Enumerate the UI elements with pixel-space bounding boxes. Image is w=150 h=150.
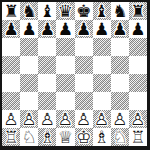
square-b6[interactable]: [20, 38, 38, 56]
square-a6[interactable]: [2, 38, 20, 56]
piece-outline-layer: ♔: [75, 128, 93, 146]
piece-white-pawn: ♟♙: [75, 110, 93, 128]
square-d6[interactable]: [56, 38, 74, 56]
square-g7[interactable]: ♟: [111, 20, 129, 38]
piece-black-pawn: ♟: [56, 20, 74, 38]
square-e6[interactable]: [75, 38, 93, 56]
square-c2[interactable]: ♟♙: [38, 110, 56, 128]
piece-white-pawn: ♟♙: [93, 110, 111, 128]
piece-white-knight: ♞♘: [20, 128, 38, 146]
square-e5[interactable]: [75, 56, 93, 74]
piece-outline-layer: ♕: [56, 128, 74, 146]
square-a5[interactable]: [2, 56, 20, 74]
square-b1[interactable]: ♞♘: [20, 128, 38, 146]
square-c6[interactable]: [38, 38, 56, 56]
piece-outline-layer: ♘: [20, 128, 38, 146]
square-f1[interactable]: ♝♗: [93, 128, 111, 146]
square-c1[interactable]: ♝♗: [38, 128, 56, 146]
piece-black-knight: ♞: [111, 2, 129, 20]
piece-outline-layer: ♙: [20, 110, 38, 128]
square-d7[interactable]: ♟: [56, 20, 74, 38]
piece-black-king: ♚: [75, 2, 93, 20]
square-a1[interactable]: ♜♖: [2, 128, 20, 146]
square-c7[interactable]: ♟: [38, 20, 56, 38]
piece-white-pawn: ♟♙: [111, 110, 129, 128]
piece-black-bishop: ♝: [38, 2, 56, 20]
square-f4[interactable]: [93, 74, 111, 92]
square-b4[interactable]: [20, 74, 38, 92]
piece-black-rook: ♜: [129, 2, 147, 20]
piece-outline-layer: ♙: [93, 110, 111, 128]
square-d2[interactable]: ♟♙: [56, 110, 74, 128]
piece-black-bishop: ♝: [93, 2, 111, 20]
square-f2[interactable]: ♟♙: [93, 110, 111, 128]
piece-black-pawn: ♟: [38, 20, 56, 38]
piece-outline-layer: ♙: [2, 110, 20, 128]
square-h2[interactable]: ♟♙: [129, 110, 147, 128]
square-h7[interactable]: ♟: [129, 20, 147, 38]
square-g5[interactable]: [111, 56, 129, 74]
square-e3[interactable]: [75, 92, 93, 110]
square-h6[interactable]: [129, 38, 147, 56]
square-f5[interactable]: [93, 56, 111, 74]
square-d5[interactable]: [56, 56, 74, 74]
square-g2[interactable]: ♟♙: [111, 110, 129, 128]
piece-black-pawn: ♟: [129, 20, 147, 38]
piece-outline-layer: ♙: [129, 110, 147, 128]
piece-outline-layer: ♙: [111, 110, 129, 128]
piece-black-pawn: ♟: [93, 20, 111, 38]
square-b5[interactable]: [20, 56, 38, 74]
square-h4[interactable]: [129, 74, 147, 92]
piece-outline-layer: ♗: [38, 128, 56, 146]
piece-black-pawn: ♟: [20, 20, 38, 38]
square-h1[interactable]: ♜♖: [129, 128, 147, 146]
square-b3[interactable]: [20, 92, 38, 110]
square-h8[interactable]: ♜: [129, 2, 147, 20]
square-g8[interactable]: ♞: [111, 2, 129, 20]
piece-white-pawn: ♟♙: [38, 110, 56, 128]
piece-white-pawn: ♟♙: [129, 110, 147, 128]
square-b2[interactable]: ♟♙: [20, 110, 38, 128]
piece-white-pawn: ♟♙: [2, 110, 20, 128]
square-h5[interactable]: [129, 56, 147, 74]
square-f7[interactable]: ♟: [93, 20, 111, 38]
square-g4[interactable]: [111, 74, 129, 92]
square-d3[interactable]: [56, 92, 74, 110]
square-b7[interactable]: ♟: [20, 20, 38, 38]
square-d4[interactable]: [56, 74, 74, 92]
piece-white-knight: ♞♘: [111, 128, 129, 146]
piece-white-pawn: ♟♙: [56, 110, 74, 128]
square-a7[interactable]: ♟: [2, 20, 20, 38]
piece-outline-layer: ♘: [111, 128, 129, 146]
square-a3[interactable]: [2, 92, 20, 110]
piece-white-bishop: ♝♗: [93, 128, 111, 146]
piece-outline-layer: ♗: [93, 128, 111, 146]
square-h3[interactable]: [129, 92, 147, 110]
square-e7[interactable]: ♟: [75, 20, 93, 38]
square-d1[interactable]: ♛♕: [56, 128, 74, 146]
square-a8[interactable]: ♜: [2, 2, 20, 20]
square-f6[interactable]: [93, 38, 111, 56]
piece-white-bishop: ♝♗: [38, 128, 56, 146]
square-e2[interactable]: ♟♙: [75, 110, 93, 128]
square-g6[interactable]: [111, 38, 129, 56]
piece-outline-layer: ♙: [56, 110, 74, 128]
square-c8[interactable]: ♝: [38, 2, 56, 20]
piece-black-pawn: ♟: [75, 20, 93, 38]
square-g1[interactable]: ♞♘: [111, 128, 129, 146]
piece-white-queen: ♛♕: [56, 128, 74, 146]
square-a2[interactable]: ♟♙: [2, 110, 20, 128]
square-g3[interactable]: [111, 92, 129, 110]
piece-white-king: ♚♔: [75, 128, 93, 146]
square-f8[interactable]: ♝: [93, 2, 111, 20]
piece-black-pawn: ♟: [111, 20, 129, 38]
piece-black-pawn: ♟: [2, 20, 20, 38]
square-e4[interactable]: [75, 74, 93, 92]
piece-white-rook: ♜♖: [2, 128, 20, 146]
square-e1[interactable]: ♚♔: [75, 128, 93, 146]
chess-board: ♜♞♝♛♚♝♞♜♟♟♟♟♟♟♟♟♟♙♟♙♟♙♟♙♟♙♟♙♟♙♟♙♜♖♞♘♝♗♛♕…: [0, 0, 150, 150]
piece-white-pawn: ♟♙: [20, 110, 38, 128]
piece-outline-layer: ♖: [129, 128, 147, 146]
piece-outline-layer: ♙: [38, 110, 56, 128]
piece-white-rook: ♜♖: [129, 128, 147, 146]
piece-outline-layer: ♖: [2, 128, 20, 146]
square-f3[interactable]: [93, 92, 111, 110]
piece-black-knight: ♞: [20, 2, 38, 20]
square-c4[interactable]: [38, 74, 56, 92]
square-b8[interactable]: ♞: [20, 2, 38, 20]
square-d8[interactable]: ♛: [56, 2, 74, 20]
square-c5[interactable]: [38, 56, 56, 74]
piece-black-rook: ♜: [2, 2, 20, 20]
square-e8[interactable]: ♚: [75, 2, 93, 20]
square-a4[interactable]: [2, 74, 20, 92]
square-c3[interactable]: [38, 92, 56, 110]
piece-black-queen: ♛: [56, 2, 74, 20]
piece-outline-layer: ♙: [75, 110, 93, 128]
